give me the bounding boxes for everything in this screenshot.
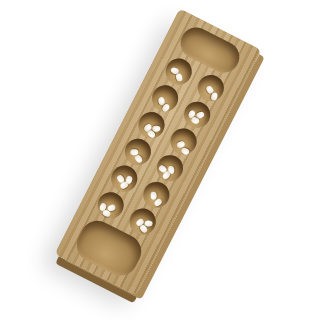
pit-row3-right[interactable]: [166, 124, 201, 159]
pit-row5-right[interactable]: [139, 177, 174, 212]
pit-row2-right[interactable]: [180, 97, 215, 132]
mancala-board: [54, 8, 261, 296]
pit-row2-left[interactable]: [148, 81, 183, 116]
shell-counter: [211, 92, 219, 101]
shell-counter: [175, 73, 183, 82]
pit-row5-left[interactable]: [107, 161, 142, 196]
pit-grid: [93, 54, 228, 239]
pit-row1-left[interactable]: [161, 54, 196, 89]
board-face: [54, 8, 261, 296]
shell-counter: [151, 192, 157, 200]
pit-row1-right[interactable]: [193, 70, 228, 105]
pit-row6-left[interactable]: [93, 188, 128, 223]
pit-row4-left[interactable]: [121, 134, 156, 169]
shell-counter: [153, 125, 161, 131]
pit-row3-left[interactable]: [134, 107, 169, 142]
shell-counter: [180, 146, 190, 155]
shell-counter: [134, 154, 144, 164]
pit-row4-right[interactable]: [153, 150, 188, 185]
pit-row6-right[interactable]: [125, 204, 160, 239]
photo-background: [0, 0, 320, 320]
